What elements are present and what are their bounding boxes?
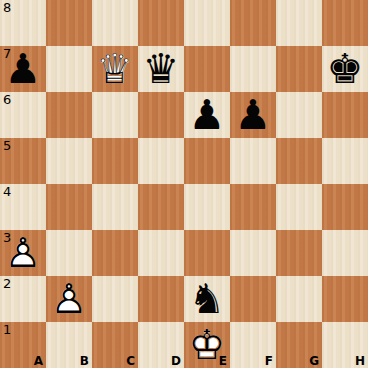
file-label-e: E [219,354,227,368]
square-f3[interactable] [230,230,276,276]
piece-glyph-outline: ♕ [92,49,138,90]
piece-black-queen[interactable]: ♛ [138,46,184,92]
square-h4[interactable] [322,184,368,230]
square-f1[interactable]: F [230,322,276,368]
square-f6[interactable]: ♟ [230,92,276,138]
piece-glyph-fill: ♟ [230,95,276,136]
square-g1[interactable]: G [276,322,322,368]
rank-label-8: 8 [3,0,11,16]
square-h8[interactable] [322,0,368,46]
square-f8[interactable] [230,0,276,46]
square-f5[interactable] [230,138,276,184]
square-c5[interactable] [92,138,138,184]
file-label-a: A [34,354,43,368]
square-f7[interactable] [230,46,276,92]
square-a4[interactable]: 4 [0,184,46,230]
square-b7[interactable] [46,46,92,92]
square-g6[interactable] [276,92,322,138]
rank-label-3: 3 [3,230,11,246]
piece-glyph-outline: ♙ [46,279,92,320]
square-g7[interactable] [276,46,322,92]
square-c7[interactable]: ♛♕ [92,46,138,92]
square-a2[interactable]: 2 [0,276,46,322]
rank-label-5: 5 [3,138,11,154]
rank-label-1: 1 [3,322,11,338]
square-g8[interactable] [276,0,322,46]
square-f4[interactable] [230,184,276,230]
square-h3[interactable] [322,230,368,276]
piece-glyph-fill: ♛ [138,49,184,90]
square-e8[interactable] [184,0,230,46]
piece-black-knight[interactable]: ♞ [184,276,230,322]
piece-black-king[interactable]: ♚ [322,46,368,92]
file-label-h: H [355,354,365,368]
square-b8[interactable] [46,0,92,46]
square-h7[interactable]: ♚ [322,46,368,92]
square-c1[interactable]: C [92,322,138,368]
square-e3[interactable] [184,230,230,276]
square-c8[interactable] [92,0,138,46]
rank-label-6: 6 [3,92,11,108]
square-c6[interactable] [92,92,138,138]
file-label-c: C [126,354,135,368]
square-e1[interactable]: E♚♔ [184,322,230,368]
square-a5[interactable]: 5 [0,138,46,184]
square-b3[interactable] [46,230,92,276]
file-label-g: G [309,354,319,368]
square-b2[interactable]: ♟♙ [46,276,92,322]
piece-black-pawn[interactable]: ♟ [184,92,230,138]
square-d6[interactable] [138,92,184,138]
square-a8[interactable]: 8 [0,0,46,46]
square-d7[interactable]: ♛ [138,46,184,92]
square-d3[interactable] [138,230,184,276]
square-g4[interactable] [276,184,322,230]
square-c2[interactable] [92,276,138,322]
square-b6[interactable] [46,92,92,138]
piece-glyph-fill: ♟ [184,95,230,136]
square-e6[interactable]: ♟ [184,92,230,138]
square-a3[interactable]: 3♟♙ [0,230,46,276]
square-d8[interactable] [138,0,184,46]
square-d2[interactable] [138,276,184,322]
square-c4[interactable] [92,184,138,230]
square-b5[interactable] [46,138,92,184]
chess-board: 87♟♛♕♛♚6♟♟543♟♙2♟♙♞1ABCDE♚♔FGH [0,0,368,368]
square-h1[interactable]: H [322,322,368,368]
square-a1[interactable]: 1A [0,322,46,368]
square-d4[interactable] [138,184,184,230]
square-e5[interactable] [184,138,230,184]
square-e7[interactable] [184,46,230,92]
square-h5[interactable] [322,138,368,184]
rank-label-4: 4 [3,184,11,200]
piece-white-queen[interactable]: ♛♕ [92,46,138,92]
file-label-b: B [80,354,89,368]
square-a6[interactable]: 6 [0,92,46,138]
piece-glyph-fill: ♚ [322,49,368,90]
square-g2[interactable] [276,276,322,322]
piece-black-pawn[interactable]: ♟ [230,92,276,138]
square-h6[interactable] [322,92,368,138]
file-label-f: F [265,354,273,368]
piece-glyph-fill: ♞ [184,279,230,320]
rank-label-2: 2 [3,276,11,292]
square-g5[interactable] [276,138,322,184]
square-d5[interactable] [138,138,184,184]
rank-label-7: 7 [3,46,11,62]
square-e4[interactable] [184,184,230,230]
square-c3[interactable] [92,230,138,276]
square-e2[interactable]: ♞ [184,276,230,322]
file-label-d: D [171,354,181,368]
square-h2[interactable] [322,276,368,322]
square-b1[interactable]: B [46,322,92,368]
square-d1[interactable]: D [138,322,184,368]
square-a7[interactable]: 7♟ [0,46,46,92]
square-f2[interactable] [230,276,276,322]
square-g3[interactable] [276,230,322,276]
square-b4[interactable] [46,184,92,230]
piece-white-pawn[interactable]: ♟♙ [46,276,92,322]
